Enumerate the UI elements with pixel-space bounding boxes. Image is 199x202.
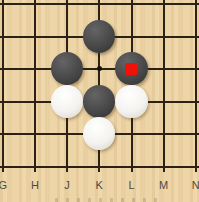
black-stone[interactable] — [115, 52, 147, 85]
column-label-G: G — [0, 177, 19, 193]
column-label-J: J — [51, 177, 83, 193]
go-board-screenshot: GHJKLMN — [0, 0, 199, 202]
coordinate-labels: GHJKLMN — [0, 177, 199, 193]
go-board[interactable] — [0, 0, 199, 183]
black-stone[interactable] — [83, 20, 115, 53]
column-label-L: L — [115, 177, 147, 193]
column-label-H: H — [19, 177, 51, 193]
column-label-K: K — [83, 177, 115, 193]
black-stone[interactable] — [51, 52, 83, 85]
white-stone[interactable] — [115, 85, 147, 118]
white-stone[interactable] — [83, 117, 115, 150]
clipped-text-fragment — [55, 198, 157, 202]
white-stone[interactable] — [51, 85, 83, 118]
star-point — [97, 66, 102, 71]
red-square-marker — [125, 63, 137, 75]
column-label-N: N — [180, 177, 199, 193]
black-stone[interactable] — [83, 85, 115, 118]
column-label-M: M — [148, 177, 180, 193]
